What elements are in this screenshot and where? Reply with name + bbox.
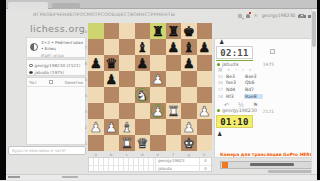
file-label-e: e [150,152,166,157]
scrollbar-thumb[interactable] [312,11,316,47]
square-b5[interactable]: ♟ [104,71,120,87]
square-c5[interactable] [119,71,135,87]
square-b3[interactable] [104,103,120,119]
square-g3[interactable] [181,103,197,119]
square-h8[interactable] [197,23,213,39]
ad-logo-square [222,162,228,168]
square-a4[interactable] [88,87,104,103]
move-number: 15 [216,74,225,79]
square-f4[interactable] [166,87,182,103]
square-e4[interactable] [150,87,166,103]
black-piece-icon [29,71,33,75]
draw-offer-icon[interactable]: ½ [238,101,244,108]
file-label-h: h [197,152,213,157]
takeback-icon[interactable]: ↶ [224,101,229,108]
square-f7[interactable]: ♟ [166,39,182,55]
crosstable-games [89,158,155,165]
black-rook-e8[interactable]: ♜ [150,23,166,39]
square-c6[interactable] [119,55,135,71]
move-list[interactable]: 15Be3Bxe316fxe3Qb617Nd4Bd718Rf3Rae8 [216,73,286,99]
notification-badge [249,12,252,15]
rank-label-3: 3 [84,109,88,114]
square-h6[interactable] [197,55,213,71]
rank-label-2: 2 [84,125,88,130]
rank-label-6: 6 [84,61,88,66]
square-b1[interactable] [104,135,120,151]
file-label-c: c [119,152,135,157]
username-menu[interactable]: georgy198230 [262,13,296,18]
square-g8[interactable]: ♚ [181,23,197,39]
ad-banner[interactable] [220,161,317,169]
game-info-status: Идёт игра [41,53,83,59]
square-e2[interactable] [150,119,166,135]
top-right-cluster: × georgy198230 [238,12,304,19]
square-b2[interactable]: ♟ [104,119,120,135]
square-b7[interactable] [104,39,120,55]
hamburger-icon[interactable] [299,14,304,18]
online-dot [217,109,220,112]
square-a3[interactable] [88,103,104,119]
square-h5[interactable] [197,71,213,87]
square-d3[interactable] [135,103,151,119]
white-player-row: georgy198230 [217,108,297,113]
black-pawn-b5[interactable]: ♟ [104,71,120,87]
status-mark [8,176,20,178]
black-pawn-a6[interactable]: ♟ [88,55,104,71]
square-a6[interactable]: ♟ [88,55,104,71]
chat-toggle-checkbox[interactable] [49,80,53,84]
rank-label-5: 5 [84,77,88,82]
square-g5[interactable] [181,71,197,87]
square-b4[interactable] [104,87,120,103]
rank-label-8: 8 [84,29,88,34]
browser-tab-inactive[interactable] [52,3,80,9]
black-move[interactable]: Bxe3 [244,74,263,79]
move-nav: ▤ « ‹ › » [218,67,252,72]
square-f1[interactable] [166,135,182,151]
black-pawn-g6[interactable]: ♟ [181,55,197,71]
square-h1[interactable] [197,135,213,151]
black-bishop-g7[interactable]: ♝ [181,39,197,55]
players-card: georgy198230 (2121) jabuda (1975) [26,59,86,76]
white-pawn-b2[interactable]: ♟ [104,119,120,135]
square-a8[interactable] [88,23,104,39]
file-label-f: f [166,152,182,157]
chart-icon[interactable]: ▤ [218,67,222,72]
square-d6[interactable]: ♟ [135,55,151,71]
white-queen-d1[interactable]: ♛ [135,135,151,151]
square-c1[interactable]: ♜ [119,135,135,151]
crosstable-games [89,166,155,173]
browser-chrome [0,0,320,9]
crosstable: georgy198230jabuda0 [88,157,212,172]
nav-item-play[interactable]: ИГРА [33,12,46,17]
nav-item-community[interactable]: СООБЩЕСТВО [101,12,137,17]
move-number: 18 [216,94,225,99]
move-row: 15Be3Bxe3 [216,73,286,80]
square-d7[interactable]: ♝ [135,39,151,55]
black-player-rating: 1975 [263,62,274,67]
white-pawn-h3[interactable]: ♟ [197,103,213,119]
white-move[interactable]: fxe3 [225,80,244,85]
file-label-b: b [104,152,120,157]
square-f2[interactable] [166,119,182,135]
game-info-card: 3+2 • Рейтинговая • Блиц Идёт игра [26,37,86,58]
pillarbox-left [0,0,6,180]
move-row: 17Nd4Bd7 [216,86,286,93]
square-h7[interactable]: ♟ [197,39,213,55]
square-e3[interactable]: ♟ [150,103,166,119]
white-pawn-a2[interactable]: ♟ [88,119,104,135]
white-king-g1[interactable]: ♚ [181,135,197,151]
white-clock: 01:10 [216,115,253,128]
white-move[interactable]: Be3 [225,74,244,79]
square-g1[interactable]: ♚ [181,135,197,151]
white-player-rating: 2121 [263,109,274,114]
crosstable-player[interactable]: jabuda [155,166,199,173]
rank-label-7: 7 [84,45,88,50]
blitz-clock-icon [30,43,38,51]
white-pawn-g2[interactable]: ♟ [181,119,197,135]
white-player-name[interactable]: georgy198230 [222,108,257,113]
black-queen-b6[interactable]: ♛ [104,55,120,71]
square-a7[interactable] [88,39,104,55]
black-move[interactable]: Rae8 [244,94,263,99]
square-e5[interactable]: ♟ [150,71,166,87]
black-pawn-d6[interactable]: ♟ [135,55,151,71]
white-captured-pawn-icon: ♟ [217,131,222,137]
crosstable-score: 0 [199,158,211,165]
square-f6[interactable] [166,55,182,71]
nav-item-tools[interactable]: ИНСТРУМЕНТЫ [137,12,175,17]
square-f5[interactable] [166,71,182,87]
square-b6[interactable]: ♛ [104,55,120,71]
white-move[interactable]: Rf3 [225,94,244,99]
prev-move-icon[interactable]: ‹ [235,67,237,72]
status-mark [62,176,78,178]
square-e1[interactable] [150,135,166,151]
black-move[interactable]: Bd7 [244,87,263,92]
chat-card: Чат Заметки [26,77,86,145]
black-pawn-f7[interactable]: ♟ [166,39,182,55]
game-buttons: ↶ ½ ⚑ [224,101,258,108]
file-label-g: g [181,152,197,157]
square-c7[interactable] [119,39,135,55]
square-c3[interactable] [119,103,135,119]
square-d5[interactable] [135,71,151,87]
black-clock: 02:11 [216,46,253,59]
square-c4[interactable] [119,87,135,103]
white-rook-c1[interactable]: ♜ [119,135,135,151]
white-knight-d4[interactable]: ♞ [135,87,151,103]
crosstable-row: jabuda0 [89,166,211,173]
square-h4[interactable] [197,87,213,103]
tab-notes[interactable]: Заметки [64,80,83,85]
square-g7[interactable]: ♝ [181,39,197,55]
square-b8[interactable] [104,23,120,39]
lichess-logo[interactable]: lichess.org [30,23,85,34]
square-a2[interactable]: ♟ [88,119,104,135]
square-g6[interactable]: ♟ [181,55,197,71]
white-player-line[interactable]: georgy198230 (2121) [35,62,81,69]
bell-icon[interactable] [246,14,250,18]
black-player-line[interactable]: jabuda (1975) [35,69,65,76]
move-row: 18Rf3Rae8 [216,93,286,100]
white-pawn-e5[interactable]: ♟ [150,71,166,87]
rank-label-4: 4 [84,93,88,98]
file-label-d: d [135,152,151,157]
flip-board-icon[interactable] [270,49,275,54]
browser-tab[interactable] [8,2,48,9]
square-g4[interactable] [181,87,197,103]
black-move[interactable]: Qb6 [244,80,263,85]
resign-icon[interactable]: ⚑ [253,101,258,108]
white-pawn-e3[interactable]: ♟ [150,103,166,119]
square-f3[interactable]: ♜ [166,103,182,119]
tab-chat[interactable]: Чат [29,80,37,85]
nav-item-watch[interactable]: ПРОСМОТР [73,12,101,17]
white-rook-f3[interactable]: ♜ [166,103,182,119]
ad-headline[interactable]: Камера для трансляции GoPro HERO4+ [220,152,317,157]
square-d8[interactable] [135,23,151,39]
square-d4[interactable]: ♞ [135,87,151,103]
challenges-icon[interactable]: × [254,13,258,18]
file-label-a: a [88,152,104,157]
square-h2[interactable] [197,119,213,135]
site-nav: ИГРА ОБУЧЕНИЕ ПРОСМОТР СООБЩЕСТВО ИНСТРУ… [33,12,167,17]
nav-item-learn[interactable]: ОБУЧЕНИЕ [46,12,73,17]
last-move-icon[interactable]: » [249,67,252,72]
square-a1[interactable] [88,135,104,151]
white-piece-icon [29,64,33,68]
browser-status-bar [0,174,320,181]
black-king-g8[interactable]: ♚ [181,23,197,39]
square-d2[interactable] [135,119,151,135]
crosstable-player[interactable]: georgy19823 [155,158,199,165]
square-e8[interactable]: ♜ [150,23,166,39]
ad-text-bar [250,163,294,166]
square-f8[interactable]: ♜ [166,23,182,39]
rank-label-1: 1 [84,141,88,146]
square-c2[interactable]: ♝ [119,119,135,135]
white-bishop-c2[interactable]: ♝ [119,119,135,135]
game-info-mode: 3+2 • Рейтинговая • Блиц [41,40,83,53]
square-d1[interactable]: ♛ [135,135,151,151]
square-g2[interactable]: ♟ [181,119,197,135]
search-icon[interactable] [238,14,242,18]
crosstable-row: georgy198230 [89,158,211,166]
black-pawn-h7[interactable]: ♟ [197,39,213,55]
crosstable-score: 0 [199,166,211,173]
white-move[interactable]: Nd4 [225,87,244,92]
square-c8[interactable] [119,23,135,39]
square-a5[interactable] [88,71,104,87]
black-bishop-d7[interactable]: ♝ [135,39,151,55]
online-dot [217,63,220,66]
next-move-icon[interactable]: › [242,67,244,72]
square-e7[interactable] [150,39,166,55]
move-row: 16fxe3Qb6 [216,80,286,87]
square-h3[interactable]: ♟ [197,103,213,119]
square-e6[interactable] [150,55,166,71]
move-number: 16 [216,80,225,85]
first-move-icon[interactable]: « [227,67,230,72]
chat-input[interactable] [8,146,86,155]
move-number: 17 [216,87,225,92]
black-captured-pawn-icon: ♟ [219,39,224,45]
black-rook-f8[interactable]: ♜ [166,23,182,39]
